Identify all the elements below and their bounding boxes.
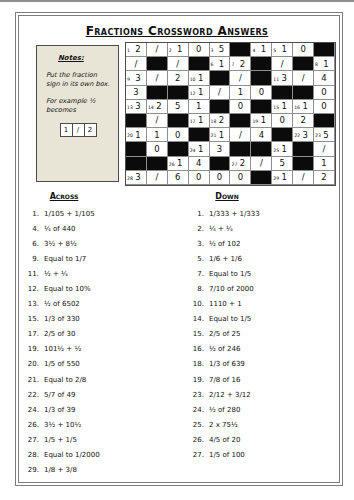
grid-cell: /	[314, 142, 335, 156]
clue-item: 5.1/6 + 1/6	[190, 251, 345, 266]
grid-cell-black	[147, 157, 168, 171]
cell-value: 1	[282, 173, 287, 182]
clue-item-text: 4/5 of 20	[209, 436, 240, 444]
clue-number: 23	[315, 133, 321, 138]
cell-value: /	[155, 173, 158, 182]
cell-value: 5	[323, 131, 328, 140]
clue-item-text: 1/3 of 639	[209, 360, 245, 368]
grid-cell: /	[147, 171, 168, 185]
clue-item-text: ½ of 246	[209, 345, 240, 353]
fraction-example: 1 / 2	[46, 123, 111, 137]
clue-item: 28.Equal to 1/2000	[25, 448, 180, 463]
clue-item: 16.½ of 246	[190, 342, 345, 357]
grid-cell-black	[168, 86, 189, 100]
clue-number: 7	[231, 62, 234, 67]
clue-item-number: 12.	[25, 285, 39, 293]
grid-cell: 21	[168, 43, 189, 57]
cell-value: /	[239, 131, 242, 140]
clue-item-text: 2 x 75½	[209, 421, 238, 429]
clue-item: 6.3½ + 8½	[25, 236, 180, 251]
cell-value: 1	[282, 145, 287, 154]
cell-value: 1	[261, 45, 266, 54]
grid-cell: /	[230, 128, 251, 142]
clue-item-number: 2.	[190, 225, 204, 233]
cell-value: /	[155, 74, 158, 83]
clue-item-number: 23.	[190, 391, 204, 399]
cell-value: 1	[196, 102, 201, 111]
cell-value: 4	[196, 159, 201, 168]
cell-value: 5	[219, 45, 224, 54]
clue-item: 10.1110 + 1	[190, 297, 345, 312]
grid-cell: /	[147, 43, 168, 57]
clue-number: 24	[190, 148, 196, 153]
clue-item-number: 18.	[190, 360, 204, 368]
example-cell: 2	[84, 123, 97, 137]
cell-value: 1	[177, 45, 182, 54]
notes-heading: Notes:	[58, 54, 111, 62]
cell-value: 3	[302, 131, 307, 140]
clue-item-text: ¼ of 440	[44, 225, 75, 233]
clue-item-text: 1110 + 1	[209, 300, 242, 308]
clue-number: 11	[273, 77, 279, 82]
clue-item-number: 5.	[190, 255, 204, 263]
clue-number: 4	[252, 48, 255, 53]
cell-value: 2	[240, 60, 245, 69]
grid-cell: 161	[293, 100, 314, 114]
cell-value: 0	[196, 45, 201, 54]
clue-number: 19	[252, 119, 258, 124]
clue-item-text: 3½ + 10½	[44, 421, 81, 429]
grid-cell-black	[210, 100, 231, 114]
clue-item-number: 20.	[25, 360, 39, 368]
clue-item: 8.7/10 of 2000	[190, 281, 345, 296]
cell-value: 5	[175, 102, 180, 111]
clue-item-number: 11.	[25, 270, 39, 278]
cell-value: 1	[154, 131, 159, 140]
grid-cell: /	[147, 71, 168, 85]
clue-item: 20.1/5 of 550	[25, 357, 180, 372]
clue-item-number: 3.	[190, 240, 204, 248]
clue-item-number: 15.	[25, 315, 39, 323]
clue-item: 14.Equal to 1/5	[190, 312, 345, 327]
grid-cell: 182	[210, 114, 231, 128]
grid-cell: 223	[293, 128, 314, 142]
clue-item-number: 26.	[25, 421, 39, 429]
cell-value: /	[218, 88, 221, 97]
grid-cell-black	[251, 142, 272, 156]
clue-item: 17.2/5 of 30	[25, 327, 180, 342]
grid-cell-black	[230, 43, 251, 57]
grid-cell-black	[147, 86, 168, 100]
grid-cell: 6	[168, 171, 189, 185]
clue-item: 29.1/8 + 3/8	[25, 463, 180, 478]
cell-value: 3	[217, 145, 222, 154]
cell-value: 1	[261, 116, 266, 125]
cell-value: 0	[217, 173, 222, 182]
clue-item-number: 19.	[25, 345, 39, 353]
clue-item-text: Equal to 1/5	[209, 270, 251, 278]
clue-item: 21.Equal to 2/8	[25, 372, 180, 387]
clue-item-text: 2/5 of 25	[209, 330, 240, 338]
cell-value: 0	[300, 45, 305, 54]
clue-item: 25.2 x 75½	[190, 417, 345, 432]
grid-cell: 235	[314, 128, 335, 142]
clue-item-text: 2/12 + 3/12	[209, 391, 251, 399]
grid-cell: /	[126, 57, 147, 71]
clue-item-text: ¼ + ¼	[209, 225, 233, 233]
clue-number: 18	[211, 119, 217, 124]
clue-number: 26	[169, 162, 175, 167]
clue-item-text: 1/6 + 1/6	[209, 255, 242, 263]
clue-item-text: Equal to 1/5	[209, 315, 251, 323]
grid-cell: 12	[126, 43, 147, 57]
clue-item-number: 6.	[25, 240, 39, 248]
grid-cell-black	[251, 71, 272, 85]
clue-number: 12	[190, 91, 196, 96]
grid-cell: 61	[210, 57, 231, 71]
page-title: Fractions Crossword Answers	[0, 20, 354, 39]
cell-value: 0	[154, 145, 159, 154]
cell-value: /	[302, 74, 305, 83]
clue-item-text: 1/333 + 1/333	[209, 210, 260, 218]
grid-cell: /	[147, 114, 168, 128]
cell-value: 1	[219, 60, 224, 69]
cell-value: 0	[238, 173, 243, 182]
cell-value: /	[155, 116, 158, 125]
clue-item: 15.2/5 of 25	[190, 327, 345, 342]
clue-item-text: Equal to 10%	[44, 285, 91, 293]
clue-item-number: 17.	[25, 330, 39, 338]
grid-cell-black	[272, 128, 293, 142]
across-heading: Across	[24, 192, 104, 201]
clue-item-number: 22.	[25, 391, 39, 399]
clue-item-number: 21.	[25, 376, 39, 384]
grid-cell-black	[189, 57, 210, 71]
grid-cell: 0	[314, 86, 335, 100]
grid-cell: 101	[189, 71, 210, 85]
clue-item-text: ½ of 102	[209, 240, 240, 248]
grid-cell: 0	[189, 171, 210, 185]
grid-cell: /	[230, 71, 251, 85]
clue-item-number: 28.	[25, 451, 39, 459]
clue-item-number: 26.	[190, 436, 204, 444]
cell-value: 0	[238, 102, 243, 111]
notes-line1: Put the fraction sign in its own box.	[46, 71, 111, 88]
grid-cell-black	[147, 57, 168, 71]
clue-item-number: 24.	[190, 406, 204, 414]
clue-item: 15.1/3 of 330	[25, 312, 180, 327]
grid-cell: 0	[168, 128, 189, 142]
clue-item: 7.Equal to 1/5	[190, 266, 345, 281]
clue-item: 19.7/8 of 16	[190, 372, 345, 387]
cell-value: 0	[175, 131, 180, 140]
grid-cell: 35	[210, 43, 231, 57]
clue-item-number: 27.	[25, 436, 39, 444]
clue-item-text: 1/8 + 3/8	[44, 466, 77, 474]
grid-cell: 251	[272, 142, 293, 156]
grid-cell: /	[210, 86, 231, 100]
grid-cell-black	[126, 142, 147, 156]
crossword-grid: 12/2103541510//6172/8193/2101/113/43121/…	[125, 42, 336, 186]
cell-value: /	[239, 74, 242, 83]
clue-item: 26.4/5 of 20	[190, 432, 345, 447]
clue-item: 2.¼ + ¼	[190, 221, 345, 236]
cell-value: 4	[259, 131, 264, 140]
grid-cell: 291	[272, 171, 293, 185]
clue-item-text: 1/3 of 39	[44, 406, 75, 414]
clue-item-number: 29.	[25, 466, 39, 474]
cell-value: 4	[321, 74, 326, 83]
clue-item-text: 1/5 of 550	[44, 360, 80, 368]
grid-cell: /	[293, 171, 314, 185]
grid-cell: 0	[251, 86, 272, 100]
clue-item: 9.Equal to 1/7	[25, 251, 180, 266]
clue-item-text: 3½ + 8½	[44, 240, 77, 248]
cell-value: 2	[175, 74, 180, 83]
grid-cell: 1	[147, 128, 168, 142]
grid-cell-black	[314, 114, 335, 128]
cell-value: 3	[135, 74, 140, 83]
grid-cell: /	[251, 157, 272, 171]
clue-item-text: Equal to 1/2000	[44, 451, 100, 459]
grid-cell: 72	[230, 57, 251, 71]
clue-item: 3.½ of 102	[190, 236, 345, 251]
clue-number: 8	[315, 62, 318, 67]
cell-value: 2	[135, 45, 140, 54]
clue-number: 13	[127, 105, 133, 110]
cell-value: 2	[240, 159, 245, 168]
cell-value: 2	[156, 102, 161, 111]
cell-value: 0	[321, 88, 326, 97]
clue-item-number: 1.	[190, 210, 204, 218]
clue-number: 20	[127, 133, 133, 138]
notes-line2: For example ½ becomes	[46, 97, 111, 114]
clue-number: 29	[273, 176, 279, 181]
across-clue-list: 1.1/105 + 1/1054.¼ of 4406.3½ + 8½9.Equa…	[25, 206, 180, 478]
clue-number: 5	[273, 48, 276, 53]
clue-number: 9	[127, 77, 130, 82]
clue-item: 24.½ of 280	[190, 402, 345, 417]
grid-cell: /	[168, 57, 189, 71]
clue-item: 27.1/5 + 1/5	[25, 432, 180, 447]
grid-cell-black	[293, 142, 314, 156]
clue-item-text: Equal to 1/7	[44, 255, 86, 263]
cell-value: 2	[219, 116, 224, 125]
grid-cell-black	[210, 71, 231, 85]
cell-value: /	[323, 145, 326, 154]
grid-cell: 241	[189, 142, 210, 156]
cell-value: /	[260, 159, 263, 168]
clue-number: 2	[169, 48, 172, 53]
clue-item-number: 14.	[190, 315, 204, 323]
clue-number: 1	[127, 48, 130, 53]
cell-value: 0	[321, 102, 326, 111]
clue-item-number: 8.	[190, 285, 204, 293]
grid-cell: 191	[251, 114, 272, 128]
clue-number: 28	[127, 176, 133, 181]
grid-cell: 283	[126, 171, 147, 185]
grid-cell: 93	[126, 71, 147, 85]
down-heading: Down	[187, 192, 267, 201]
grid-cell: 0	[230, 171, 251, 185]
grid-cell: /	[293, 71, 314, 85]
cell-value: 1	[198, 116, 203, 125]
clue-item: 18.1/3 of 639	[190, 357, 345, 372]
cell-value: 0	[259, 88, 264, 97]
grid-cell: 261	[168, 157, 189, 171]
cell-value: 5	[280, 159, 285, 168]
cell-value: 6	[175, 173, 180, 182]
clue-item-text: ½ of 280	[209, 406, 240, 414]
grid-cell-black	[251, 171, 272, 185]
clue-item: 22.5/7 of 49	[25, 387, 180, 402]
grid-cell: 2	[314, 171, 335, 185]
clue-number: 10	[190, 77, 196, 82]
grid-cell: 81	[314, 57, 335, 71]
clue-item-text: ½ of 6502	[44, 300, 80, 308]
clue-item-text: 5/7 of 49	[44, 391, 75, 399]
cell-value: /	[302, 173, 305, 182]
cell-value: 1	[282, 45, 287, 54]
cell-value: 1	[302, 102, 307, 111]
clue-item-number: 4.	[25, 225, 39, 233]
clue-item-number: 27.	[190, 451, 204, 459]
grid-cell-black	[314, 43, 335, 57]
grid-cell: 4	[189, 157, 210, 171]
cell-value: 3	[282, 74, 287, 83]
clue-item-number: 19.	[190, 376, 204, 384]
cell-value: 2	[321, 173, 326, 182]
cell-value: 1	[219, 131, 224, 140]
clue-number: 17	[190, 119, 196, 124]
grid-cell: 2	[168, 71, 189, 85]
clue-item-text: ½ + ¼	[44, 270, 68, 278]
cell-value: 1	[238, 88, 243, 97]
cell-value: 1	[198, 74, 203, 83]
cell-value: 3	[135, 173, 140, 182]
clue-item: 24.1/3 of 39	[25, 402, 180, 417]
notes-box: Notes: Put the fraction sign in its own …	[36, 45, 119, 182]
grid-cell-black	[293, 57, 314, 71]
grid-cell-black	[251, 57, 272, 71]
grid-cell: 41	[251, 43, 272, 57]
grid-cell-black	[230, 114, 251, 128]
clue-item-text: 101½ + ½	[44, 345, 81, 353]
grid-cell-black	[210, 157, 231, 171]
grid-cell: 272	[230, 157, 251, 171]
clue-number: 6	[211, 62, 214, 67]
clue-item-text: 1/3 of 330	[44, 315, 80, 323]
cell-value: 1	[323, 60, 328, 69]
grid-cell: 5	[272, 157, 293, 171]
grid-cell-black	[168, 114, 189, 128]
clue-item: 11.½ + ¼	[25, 266, 180, 281]
grid-cell: 0	[210, 171, 231, 185]
clue-item: 13.½ of 6502	[25, 297, 180, 312]
cell-value: 1	[282, 102, 287, 111]
clue-item: 26.3½ + 10½	[25, 417, 180, 432]
clue-number: 21	[211, 133, 217, 138]
clue-item-text: 7/10 of 2000	[209, 285, 254, 293]
grid-cell-black	[189, 128, 210, 142]
grid-cell: 1	[189, 100, 210, 114]
clue-item-text: 1/5 of 100	[209, 451, 245, 459]
cell-value: 1	[321, 159, 326, 168]
grid-cell: 5	[168, 100, 189, 114]
grid-cell: 2	[293, 114, 314, 128]
clue-item: 1.1/105 + 1/105	[25, 206, 180, 221]
clue-item-text: 2/5 of 30	[44, 330, 75, 338]
clue-number: 16	[294, 105, 300, 110]
grid-cell: 113	[272, 71, 293, 85]
grid-cell: 121	[189, 86, 210, 100]
grid-cell: 211	[210, 128, 231, 142]
grid-cell: 4	[251, 128, 272, 142]
grid-cell-black	[272, 86, 293, 100]
grid-cell: 3	[210, 142, 231, 156]
cell-value: 0	[280, 116, 285, 125]
clue-item: 4.¼ of 440	[25, 221, 180, 236]
cell-value: 1	[135, 131, 140, 140]
cell-value: /	[155, 45, 158, 54]
grid-cell: 171	[189, 114, 210, 128]
clue-item-number: 15.	[190, 330, 204, 338]
clue-number: 27	[231, 162, 237, 167]
cell-value: 3	[133, 88, 138, 97]
clue-item: 12.Equal to 10%	[25, 281, 180, 296]
clue-item-number: 16.	[190, 345, 204, 353]
clue-item: 19.101½ + ½	[25, 342, 180, 357]
clue-number: 15	[273, 105, 279, 110]
cell-value: 0	[196, 173, 201, 182]
clue-number: 14	[148, 105, 154, 110]
grid-cell: 3	[126, 86, 147, 100]
cell-value: /	[281, 60, 284, 69]
clue-item-text: 1/105 + 1/105	[44, 210, 95, 218]
grid-cell: 51	[272, 43, 293, 57]
cell-value: 1	[177, 159, 182, 168]
grid-cell: /	[272, 57, 293, 71]
page-top-edge	[0, 0, 354, 2]
clue-item-text: 7/8 of 16	[209, 376, 240, 384]
grid-cell: 142	[147, 100, 168, 114]
clue-item-text: Equal to 2/8	[44, 376, 86, 384]
worksheet-page: { "game": "crossword", "variant": "fract…	[0, 0, 354, 500]
cell-value: /	[135, 60, 138, 69]
grid-cell: 0	[230, 100, 251, 114]
grid-cell: 133	[126, 100, 147, 114]
cell-value: /	[176, 60, 179, 69]
grid-cell: 4	[314, 71, 335, 85]
clue-item-number: 7.	[190, 270, 204, 278]
grid-cell: 1	[314, 157, 335, 171]
grid-cell-black	[126, 114, 147, 128]
clue-item: 27.1/5 of 100	[190, 448, 345, 463]
clue-item-number: 9.	[25, 255, 39, 263]
cell-value: 1	[198, 88, 203, 97]
grid-cell-black	[126, 157, 147, 171]
grid-cell: 0	[147, 142, 168, 156]
cell-value: 2	[300, 116, 305, 125]
down-clue-list: 1.1/333 + 1/3332.¼ + ¼3.½ of 1025.1/6 + …	[190, 206, 345, 463]
cell-value: 3	[135, 102, 140, 111]
clue-number: 25	[273, 148, 279, 153]
clue-item-number: 1.	[25, 210, 39, 218]
clue-number: 22	[294, 133, 300, 138]
clue-item-text: 1/5 + 1/5	[44, 436, 77, 444]
grid-cell: 0	[189, 43, 210, 57]
grid-cell: 1	[230, 86, 251, 100]
